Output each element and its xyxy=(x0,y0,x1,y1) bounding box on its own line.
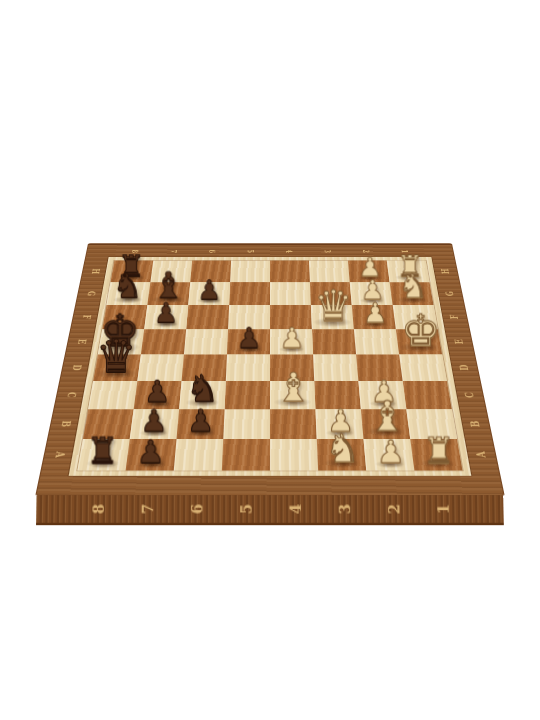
square-b6: ♟ xyxy=(177,409,225,439)
piece-white-rook-a1: ♜ xyxy=(422,432,454,468)
square-g8: ♞ xyxy=(106,282,150,305)
piece-black-knight-c6: ♞ xyxy=(185,370,218,407)
square-e5: ♟ xyxy=(227,329,270,354)
file-label-left-G: G xyxy=(69,288,111,299)
square-e4: ♟ xyxy=(270,329,313,354)
square-h4 xyxy=(270,261,310,283)
file-label-left-H: H xyxy=(74,266,115,276)
square-e1: ♚ xyxy=(396,329,442,354)
square-d1 xyxy=(399,354,447,381)
board-front-bevel: 87654321 xyxy=(36,495,504,525)
square-a1: ♜ xyxy=(410,439,462,471)
rank-label-far-3: 3 xyxy=(319,241,336,262)
square-f7: ♟ xyxy=(144,305,188,329)
rank-label-far-1: 1 xyxy=(395,241,414,262)
square-g1: ♞ xyxy=(390,282,434,305)
piece-black-queen-d8: ♛ xyxy=(95,334,135,379)
rank-label-near-1: 1 xyxy=(428,484,456,534)
square-a4 xyxy=(270,439,318,471)
file-label-right-G: G xyxy=(428,288,470,299)
piece-black-pawn-a7: ♟ xyxy=(136,437,164,468)
square-g4 xyxy=(270,282,311,305)
square-c4: ♝ xyxy=(270,381,315,409)
square-g5 xyxy=(229,282,270,305)
square-d5 xyxy=(226,354,270,381)
square-e6 xyxy=(184,329,228,354)
rank-label-near-5: 5 xyxy=(232,484,260,534)
piece-white-knight-a3: ♞ xyxy=(325,429,360,468)
square-d3 xyxy=(313,354,358,381)
rank-label-near-4: 4 xyxy=(281,484,309,534)
square-f3: ♛ xyxy=(311,305,354,329)
rank-label-far-2: 2 xyxy=(357,241,375,262)
piece-black-rook-a8: ♜ xyxy=(86,432,118,468)
square-e7 xyxy=(141,329,186,354)
file-label-left-F: F xyxy=(64,311,108,322)
file-label-right-E: E xyxy=(436,336,481,348)
piece-white-pawn-f2: ♟ xyxy=(362,300,386,327)
square-a6 xyxy=(174,439,224,471)
square-a2: ♟ xyxy=(363,439,414,471)
square-a7: ♟ xyxy=(126,439,177,471)
piece-white-queen-f3: ♛ xyxy=(314,285,352,328)
square-b5 xyxy=(223,409,270,439)
square-a5 xyxy=(222,439,270,471)
piece-white-knight-g1: ♞ xyxy=(398,270,428,303)
piece-white-bishop-c4: ♝ xyxy=(275,367,311,407)
square-e3 xyxy=(312,329,356,354)
piece-white-pawn-a2: ♟ xyxy=(376,437,404,468)
piece-white-pawn-e4: ♟ xyxy=(279,325,304,353)
file-label-right-H: H xyxy=(424,266,465,276)
rank-label-far-6: 6 xyxy=(203,241,220,262)
piece-black-knight-g8: ♞ xyxy=(112,270,142,303)
chess-board: HGFEDCBA HGFEDCBA 87654321 ♜♟♜♞♝♟♟♞♟♛♟♚♟… xyxy=(37,244,504,496)
square-h5 xyxy=(230,261,270,283)
file-label-right-F: F xyxy=(432,311,476,322)
product-photo: HGFEDCBA HGFEDCBA 87654321 ♜♟♜♞♝♟♟♞♟♛♟♚♟… xyxy=(0,0,540,720)
piece-black-pawn-b6: ♟ xyxy=(186,406,213,436)
rank-label-far-4: 4 xyxy=(281,241,298,262)
piece-black-pawn-e5: ♟ xyxy=(236,325,261,353)
rank-label-near-7: 7 xyxy=(133,484,161,534)
rank-label-near-3: 3 xyxy=(330,484,358,534)
rank-label-far-8: 8 xyxy=(125,241,144,262)
board-grid: ♜♟♜♞♝♟♟♞♟♛♟♚♟♟♚♛♟♞♝♟♟♟♟♝♜♟♞♟♜ xyxy=(77,261,462,471)
piece-black-pawn-g6: ♟ xyxy=(197,277,221,304)
square-h3 xyxy=(309,261,350,283)
square-a3: ♞ xyxy=(317,439,367,471)
rank-label-near-6: 6 xyxy=(182,484,210,534)
piece-black-pawn-b7: ♟ xyxy=(140,406,167,436)
square-g6: ♟ xyxy=(188,282,230,305)
square-d8: ♛ xyxy=(93,354,141,381)
rank-label-far-5: 5 xyxy=(242,241,259,262)
rank-label-near-2: 2 xyxy=(379,484,407,534)
square-f6 xyxy=(186,305,229,329)
square-f2: ♟ xyxy=(352,305,396,329)
rank-labels-near: 87654321 xyxy=(73,495,467,523)
rank-label-far-7: 7 xyxy=(164,241,182,262)
rank-label-near-8: 8 xyxy=(84,484,112,534)
square-b4 xyxy=(270,409,317,439)
square-e2 xyxy=(354,329,399,354)
square-a8: ♜ xyxy=(77,439,129,471)
piece-white-bishop-b2: ♝ xyxy=(368,396,405,437)
piece-black-pawn-f7: ♟ xyxy=(153,300,177,327)
